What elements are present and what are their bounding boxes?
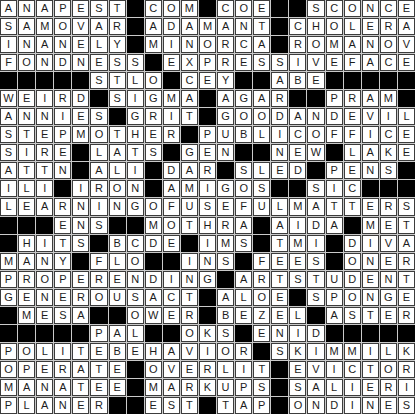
letter-cell[interactable]: M xyxy=(36,18,53,35)
letter-cell[interactable]: N xyxy=(362,162,379,179)
letter-cell[interactable]: G xyxy=(127,198,144,215)
letter-cell[interactable]: O xyxy=(145,361,162,378)
letter-cell[interactable]: T xyxy=(217,397,234,414)
letter-cell[interactable]: M xyxy=(289,235,306,252)
letter-cell[interactable]: L xyxy=(36,343,53,360)
letter-cell[interactable]: K xyxy=(289,343,306,360)
letter-cell[interactable]: L xyxy=(217,361,234,378)
letter-cell[interactable]: N xyxy=(127,271,144,288)
letter-cell[interactable]: S xyxy=(253,180,270,197)
letter-cell[interactable]: S xyxy=(289,271,306,288)
letter-cell[interactable]: F xyxy=(344,126,361,143)
letter-cell[interactable]: M xyxy=(181,0,198,17)
letter-cell[interactable]: N xyxy=(54,162,71,179)
letter-cell[interactable]: P xyxy=(54,126,71,143)
letter-cell[interactable]: S xyxy=(307,289,324,306)
letter-cell[interactable]: C xyxy=(127,235,144,252)
letter-cell[interactable]: E xyxy=(18,90,35,107)
letter-cell[interactable]: T xyxy=(271,235,288,252)
letter-cell[interactable]: A xyxy=(36,0,53,17)
letter-cell[interactable]: T xyxy=(72,343,89,360)
letter-cell[interactable]: T xyxy=(181,397,198,414)
letter-cell[interactable]: I xyxy=(326,180,343,197)
letter-cell[interactable]: S xyxy=(307,180,324,197)
letter-cell[interactable]: A xyxy=(235,397,252,414)
letter-cell[interactable]: R xyxy=(145,108,162,125)
letter-cell[interactable]: N xyxy=(362,253,379,270)
letter-cell[interactable]: I xyxy=(54,343,71,360)
letter-cell[interactable]: A xyxy=(0,162,17,179)
letter-cell[interactable]: U xyxy=(326,271,343,288)
letter-cell[interactable]: T xyxy=(36,162,53,179)
letter-cell[interactable]: E xyxy=(90,54,107,71)
letter-cell[interactable]: S xyxy=(253,54,270,71)
letter-cell[interactable]: N xyxy=(72,198,89,215)
letter-cell[interactable]: A xyxy=(90,18,107,35)
letter-cell[interactable]: A xyxy=(163,379,180,396)
letter-cell[interactable]: A xyxy=(235,217,252,234)
letter-cell[interactable]: S xyxy=(398,198,415,215)
letter-cell[interactable]: W xyxy=(0,90,17,107)
letter-cell[interactable]: E xyxy=(380,307,397,324)
letter-cell[interactable]: N xyxy=(307,397,324,414)
letter-cell[interactable]: C xyxy=(326,0,343,17)
letter-cell[interactable]: R xyxy=(380,379,397,396)
letter-cell[interactable]: S xyxy=(307,0,324,17)
letter-cell[interactable]: E xyxy=(90,379,107,396)
letter-cell[interactable]: L xyxy=(127,72,144,89)
letter-cell[interactable]: E xyxy=(398,126,415,143)
letter-cell[interactable]: O xyxy=(127,253,144,270)
letter-cell[interactable]: D xyxy=(344,271,361,288)
letter-cell[interactable]: O xyxy=(54,18,71,35)
letter-cell[interactable]: S xyxy=(344,307,361,324)
letter-cell[interactable]: O xyxy=(109,180,126,197)
letter-cell[interactable]: I xyxy=(235,361,252,378)
letter-cell[interactable]: D xyxy=(326,397,343,414)
letter-cell[interactable]: R xyxy=(398,361,415,378)
letter-cell[interactable]: M xyxy=(163,90,180,107)
letter-cell[interactable]: I xyxy=(362,126,379,143)
letter-cell[interactable]: A xyxy=(217,18,234,35)
letter-cell[interactable]: G xyxy=(380,289,397,306)
letter-cell[interactable]: C xyxy=(344,180,361,197)
letter-cell[interactable]: I xyxy=(181,253,198,270)
letter-cell[interactable]: Y xyxy=(217,72,234,89)
letter-cell[interactable]: N xyxy=(18,36,35,53)
letter-cell[interactable]: E xyxy=(289,144,306,161)
letter-cell[interactable]: E xyxy=(289,361,306,378)
letter-cell[interactable]: I xyxy=(36,180,53,197)
letter-cell[interactable]: T xyxy=(18,126,35,143)
letter-cell[interactable]: O xyxy=(307,126,324,143)
letter-cell[interactable]: I xyxy=(380,108,397,125)
letter-cell[interactable]: E xyxy=(271,162,288,179)
letter-cell[interactable]: S xyxy=(253,379,270,396)
letter-cell[interactable]: N xyxy=(18,0,35,17)
letter-cell[interactable]: R xyxy=(344,90,361,107)
letter-cell[interactable]: F xyxy=(326,126,343,143)
letter-cell[interactable]: N xyxy=(307,108,324,125)
letter-cell[interactable]: O xyxy=(145,72,162,89)
letter-cell[interactable]: W xyxy=(307,144,324,161)
letter-cell[interactable]: R xyxy=(90,180,107,197)
letter-cell[interactable]: N xyxy=(362,397,379,414)
letter-cell[interactable]: T xyxy=(253,18,270,35)
letter-cell[interactable]: O xyxy=(127,307,144,324)
letter-cell[interactable]: M xyxy=(362,217,379,234)
letter-cell[interactable]: M xyxy=(326,343,343,360)
letter-cell[interactable]: L xyxy=(344,18,361,35)
letter-cell[interactable]: A xyxy=(235,271,252,288)
letter-cell[interactable]: D xyxy=(163,162,180,179)
letter-cell[interactable]: S xyxy=(199,198,216,215)
letter-cell[interactable]: P xyxy=(253,397,270,414)
letter-cell[interactable]: E xyxy=(398,144,415,161)
letter-cell[interactable]: A xyxy=(289,108,306,125)
letter-cell[interactable]: K xyxy=(199,379,216,396)
letter-cell[interactable]: I xyxy=(199,180,216,197)
letter-cell[interactable]: R xyxy=(54,90,71,107)
letter-cell[interactable]: V xyxy=(72,18,89,35)
letter-cell[interactable]: E xyxy=(362,379,379,396)
letter-cell[interactable]: I xyxy=(199,235,216,252)
letter-cell[interactable]: A xyxy=(362,144,379,161)
letter-cell[interactable]: M xyxy=(145,217,162,234)
letter-cell[interactable]: E xyxy=(199,72,216,89)
letter-cell[interactable]: L xyxy=(109,162,126,179)
letter-cell[interactable]: A xyxy=(72,361,89,378)
letter-cell[interactable]: N xyxy=(127,180,144,197)
letter-cell[interactable]: E xyxy=(163,235,180,252)
letter-cell[interactable]: A xyxy=(181,18,198,35)
letter-cell[interactable]: R xyxy=(253,271,270,288)
letter-cell[interactable]: V xyxy=(163,361,180,378)
letter-cell[interactable]: O xyxy=(380,36,397,53)
letter-cell[interactable]: F xyxy=(163,198,180,215)
letter-cell[interactable]: O xyxy=(18,54,35,71)
letter-cell[interactable]: M xyxy=(145,36,162,53)
letter-cell[interactable]: A xyxy=(163,180,180,197)
letter-cell[interactable]: E xyxy=(362,198,379,215)
letter-cell[interactable]: D xyxy=(145,271,162,288)
letter-cell[interactable]: R xyxy=(163,126,180,143)
letter-cell[interactable]: O xyxy=(217,343,234,360)
letter-cell[interactable]: P xyxy=(326,289,343,306)
letter-cell[interactable]: S xyxy=(271,343,288,360)
letter-cell[interactable]: A xyxy=(36,397,53,414)
letter-cell[interactable]: O xyxy=(235,108,252,125)
letter-cell[interactable]: P xyxy=(90,325,107,342)
letter-cell[interactable]: P xyxy=(54,271,71,288)
letter-cell[interactable]: L xyxy=(90,144,107,161)
letter-cell[interactable]: E xyxy=(36,126,53,143)
letter-cell[interactable]: I xyxy=(36,235,53,252)
letter-cell[interactable]: N xyxy=(72,217,89,234)
letter-cell[interactable]: D xyxy=(289,162,306,179)
letter-cell[interactable]: P xyxy=(235,379,252,396)
letter-cell[interactable]: E xyxy=(181,361,198,378)
letter-cell[interactable]: D xyxy=(307,217,324,234)
letter-cell[interactable]: E xyxy=(398,289,415,306)
letter-cell[interactable]: T xyxy=(398,271,415,288)
letter-cell[interactable]: O xyxy=(344,253,361,270)
letter-cell[interactable]: H xyxy=(18,235,35,252)
letter-cell[interactable]: E xyxy=(109,379,126,396)
letter-cell[interactable]: N xyxy=(54,397,71,414)
letter-cell[interactable]: E xyxy=(253,325,270,342)
letter-cell[interactable]: E xyxy=(271,253,288,270)
letter-cell[interactable]: L xyxy=(271,198,288,215)
letter-cell[interactable]: A xyxy=(362,90,379,107)
letter-cell[interactable]: G xyxy=(181,144,198,161)
letter-cell[interactable]: L xyxy=(90,36,107,53)
letter-cell[interactable]: D xyxy=(344,235,361,252)
letter-cell[interactable]: T xyxy=(127,144,144,161)
letter-cell[interactable]: R xyxy=(199,361,216,378)
letter-cell[interactable]: N xyxy=(362,289,379,306)
letter-cell[interactable]: R xyxy=(380,18,397,35)
letter-cell[interactable]: P xyxy=(0,271,17,288)
letter-cell[interactable]: P xyxy=(326,90,343,107)
letter-cell[interactable]: T xyxy=(271,271,288,288)
letter-cell[interactable]: B xyxy=(109,235,126,252)
letter-cell[interactable]: L xyxy=(109,253,126,270)
letter-cell[interactable]: L xyxy=(326,379,343,396)
letter-cell[interactable]: O xyxy=(344,0,361,17)
letter-cell[interactable]: A xyxy=(109,144,126,161)
letter-cell[interactable]: T xyxy=(90,361,107,378)
letter-cell[interactable]: L xyxy=(380,343,397,360)
letter-cell[interactable]: R xyxy=(199,162,216,179)
letter-cell[interactable]: E xyxy=(217,198,234,215)
letter-cell[interactable]: L xyxy=(253,162,270,179)
letter-cell[interactable]: N xyxy=(54,36,71,53)
letter-cell[interactable]: E xyxy=(109,271,126,288)
letter-cell[interactable]: N xyxy=(217,144,234,161)
letter-cell[interactable]: S xyxy=(90,108,107,125)
letter-cell[interactable]: D xyxy=(54,54,71,71)
letter-cell[interactable]: G xyxy=(199,271,216,288)
letter-cell[interactable]: V xyxy=(398,36,415,53)
letter-cell[interactable]: C xyxy=(289,126,306,143)
letter-cell[interactable]: E xyxy=(398,0,415,17)
letter-cell[interactable]: H xyxy=(307,18,324,35)
letter-cell[interactable]: T xyxy=(109,0,126,17)
letter-cell[interactable]: O xyxy=(181,325,198,342)
letter-cell[interactable]: L xyxy=(0,198,17,215)
letter-cell[interactable]: I xyxy=(326,361,343,378)
letter-cell[interactable]: L xyxy=(253,126,270,143)
letter-cell[interactable]: G xyxy=(127,108,144,125)
letter-cell[interactable]: A xyxy=(398,235,415,252)
letter-cell[interactable]: T xyxy=(253,361,270,378)
letter-cell[interactable]: F xyxy=(90,253,107,270)
letter-cell[interactable]: O xyxy=(199,36,216,53)
letter-cell[interactable]: V xyxy=(307,54,324,71)
letter-cell[interactable]: I xyxy=(72,180,89,197)
letter-cell[interactable]: O xyxy=(0,361,17,378)
letter-cell[interactable]: C xyxy=(380,126,397,143)
letter-cell[interactable]: N xyxy=(18,108,35,125)
letter-cell[interactable]: I xyxy=(36,90,53,107)
letter-cell[interactable]: E xyxy=(289,253,306,270)
letter-cell[interactable]: E xyxy=(145,126,162,143)
letter-cell[interactable]: A xyxy=(36,36,53,53)
letter-cell[interactable]: A xyxy=(307,379,324,396)
letter-cell[interactable]: V xyxy=(307,361,324,378)
letter-cell[interactable]: T xyxy=(344,198,361,215)
letter-cell[interactable]: E xyxy=(253,0,270,17)
letter-cell[interactable]: A xyxy=(0,108,17,125)
letter-cell[interactable]: O xyxy=(163,217,180,234)
letter-cell[interactable]: M xyxy=(145,379,162,396)
letter-cell[interactable]: I xyxy=(199,343,216,360)
letter-cell[interactable]: D xyxy=(163,18,180,35)
letter-cell[interactable]: K xyxy=(398,343,415,360)
letter-cell[interactable]: L xyxy=(18,180,35,197)
letter-cell[interactable]: K xyxy=(380,144,397,161)
letter-cell[interactable]: A xyxy=(398,18,415,35)
letter-cell[interactable]: A xyxy=(326,217,343,234)
letter-cell[interactable]: K xyxy=(199,325,216,342)
letter-cell[interactable]: M xyxy=(72,126,89,143)
letter-cell[interactable]: A xyxy=(253,90,270,107)
letter-cell[interactable]: E xyxy=(145,397,162,414)
letter-cell[interactable]: N xyxy=(199,253,216,270)
letter-cell[interactable]: F xyxy=(0,54,17,71)
letter-cell[interactable]: V xyxy=(362,108,379,125)
letter-cell[interactable]: A xyxy=(72,307,89,324)
letter-cell[interactable]: N xyxy=(235,18,252,35)
letter-cell[interactable]: D xyxy=(145,235,162,252)
letter-cell[interactable]: E xyxy=(127,343,144,360)
letter-cell[interactable]: R xyxy=(217,217,234,234)
letter-cell[interactable]: S xyxy=(109,54,126,71)
letter-cell[interactable]: N xyxy=(36,289,53,306)
letter-cell[interactable]: O xyxy=(307,36,324,53)
letter-cell[interactable]: A xyxy=(163,343,180,360)
letter-cell[interactable]: G xyxy=(145,90,162,107)
letter-cell[interactable]: M xyxy=(217,235,234,252)
letter-cell[interactable]: Y xyxy=(109,36,126,53)
letter-cell[interactable]: E xyxy=(380,217,397,234)
letter-cell[interactable]: E xyxy=(362,18,379,35)
letter-cell[interactable]: S xyxy=(307,253,324,270)
letter-cell[interactable]: E xyxy=(380,253,397,270)
letter-cell[interactable]: O xyxy=(235,0,252,17)
letter-cell[interactable]: M xyxy=(181,180,198,197)
letter-cell[interactable]: E xyxy=(271,307,288,324)
letter-cell[interactable]: I xyxy=(289,325,306,342)
letter-cell[interactable]: S xyxy=(0,18,17,35)
letter-cell[interactable]: N xyxy=(362,0,379,17)
letter-cell[interactable]: B xyxy=(109,343,126,360)
letter-cell[interactable]: V xyxy=(181,343,198,360)
letter-cell[interactable]: R xyxy=(54,198,71,215)
letter-cell[interactable]: N xyxy=(362,36,379,53)
letter-cell[interactable]: U xyxy=(217,379,234,396)
letter-cell[interactable]: R xyxy=(271,90,288,107)
letter-cell[interactable]: R xyxy=(380,198,397,215)
letter-cell[interactable]: L xyxy=(398,108,415,125)
letter-cell[interactable]: I xyxy=(0,180,17,197)
letter-cell[interactable]: M xyxy=(289,198,306,215)
letter-cell[interactable]: M xyxy=(344,343,361,360)
letter-cell[interactable]: R xyxy=(90,397,107,414)
letter-cell[interactable]: T xyxy=(362,307,379,324)
letter-cell[interactable]: R xyxy=(289,36,306,53)
letter-cell[interactable]: N xyxy=(36,253,53,270)
letter-cell[interactable]: R xyxy=(54,361,71,378)
letter-cell[interactable]: I xyxy=(307,343,324,360)
letter-cell[interactable]: L xyxy=(289,307,306,324)
letter-cell[interactable]: P xyxy=(199,126,216,143)
letter-cell[interactable]: A xyxy=(362,54,379,71)
letter-cell[interactable]: S xyxy=(90,72,107,89)
letter-cell[interactable]: R xyxy=(217,54,234,71)
letter-cell[interactable]: S xyxy=(0,126,17,143)
letter-cell[interactable]: E xyxy=(72,397,89,414)
letter-cell[interactable]: S xyxy=(127,54,144,71)
letter-cell[interactable]: C xyxy=(289,18,306,35)
letter-cell[interactable]: E xyxy=(199,144,216,161)
letter-cell[interactable]: I xyxy=(271,126,288,143)
letter-cell[interactable]: S xyxy=(163,397,180,414)
letter-cell[interactable]: C xyxy=(380,54,397,71)
letter-cell[interactable]: O xyxy=(90,126,107,143)
letter-cell[interactable]: A xyxy=(253,36,270,53)
letter-cell[interactable]: E xyxy=(72,108,89,125)
letter-cell[interactable]: E xyxy=(163,307,180,324)
letter-cell[interactable]: X xyxy=(181,54,198,71)
letter-cell[interactable]: S xyxy=(217,253,234,270)
letter-cell[interactable]: T xyxy=(109,126,126,143)
letter-cell[interactable]: A xyxy=(271,72,288,89)
letter-cell[interactable]: T xyxy=(18,162,35,179)
letter-cell[interactable]: R xyxy=(235,343,252,360)
letter-cell[interactable]: I xyxy=(0,36,17,53)
letter-cell[interactable]: T xyxy=(181,289,198,306)
letter-cell[interactable]: A xyxy=(344,36,361,53)
letter-cell[interactable]: N xyxy=(72,54,89,71)
letter-cell[interactable]: W xyxy=(145,307,162,324)
letter-cell[interactable]: P xyxy=(326,162,343,179)
letter-cell[interactable]: A xyxy=(0,0,17,17)
letter-cell[interactable]: R xyxy=(109,18,126,35)
letter-cell[interactable]: I xyxy=(90,198,107,215)
letter-cell[interactable]: M xyxy=(199,18,216,35)
letter-cell[interactable]: S xyxy=(90,0,107,17)
letter-cell[interactable]: I xyxy=(362,343,379,360)
letter-cell[interactable]: C xyxy=(163,289,180,306)
letter-cell[interactable]: O xyxy=(253,289,270,306)
letter-cell[interactable]: U xyxy=(109,289,126,306)
letter-cell[interactable]: O xyxy=(289,397,306,414)
letter-cell[interactable]: I xyxy=(289,217,306,234)
letter-cell[interactable]: R xyxy=(36,144,53,161)
letter-cell[interactable]: C xyxy=(380,0,397,17)
letter-cell[interactable]: S xyxy=(235,235,252,252)
letter-cell[interactable]: I xyxy=(344,379,361,396)
letter-cell[interactable]: P xyxy=(0,397,17,414)
letter-cell[interactable]: N xyxy=(271,325,288,342)
letter-cell[interactable]: R xyxy=(398,307,415,324)
letter-cell[interactable]: O xyxy=(163,0,180,17)
letter-cell[interactable]: I xyxy=(54,108,71,125)
letter-cell[interactable]: B xyxy=(289,72,306,89)
letter-cell[interactable]: D xyxy=(307,325,324,342)
